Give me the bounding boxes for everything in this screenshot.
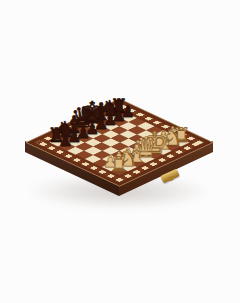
piece-white-rook-a1[interactable]: ♜ (110, 154, 128, 174)
piece-black-pawn-a7[interactable]: ♟ (58, 133, 72, 149)
product-photo: ♜♞♟♝♟♚♟♛♟♝♟♞♟♟♜♟♟♜♟♟♞♟♝♟♚♟♛♟♝♟♞♜ (0, 0, 240, 303)
pieces-layer: ♜♞♟♝♟♚♟♛♟♝♟♞♟♟♜♟♟♜♟♟♞♟♝♟♚♟♛♟♝♟♞♜ (0, 0, 240, 303)
